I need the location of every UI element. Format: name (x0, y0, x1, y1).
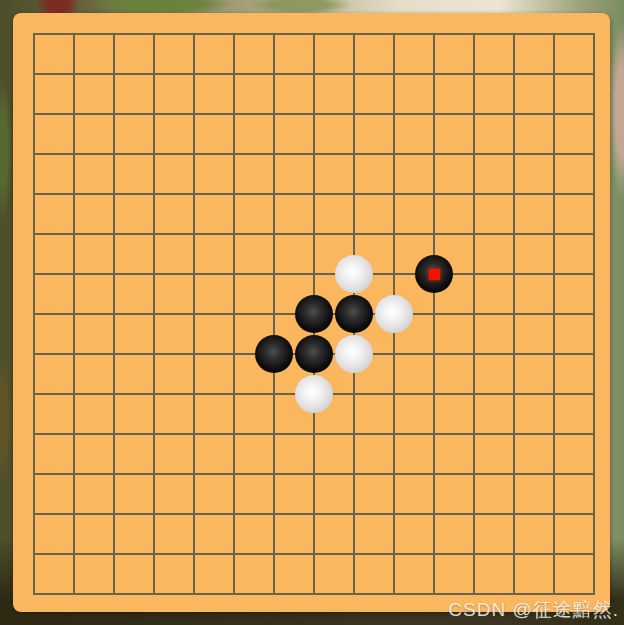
intersection[interactable] (374, 414, 414, 454)
last-move-marker (429, 269, 440, 280)
intersection[interactable] (174, 334, 214, 374)
intersection[interactable] (94, 14, 134, 54)
intersection[interactable] (414, 134, 454, 174)
intersection[interactable] (334, 334, 374, 374)
intersection[interactable] (254, 494, 294, 534)
intersection[interactable] (94, 374, 134, 414)
intersection[interactable] (174, 294, 214, 334)
intersection[interactable] (294, 574, 334, 614)
intersection[interactable] (374, 294, 414, 334)
intersection[interactable] (454, 214, 494, 254)
intersection[interactable] (294, 294, 334, 334)
intersection[interactable] (214, 334, 254, 374)
intersection[interactable] (54, 334, 94, 374)
intersection[interactable] (374, 534, 414, 574)
intersection[interactable] (134, 534, 174, 574)
intersection[interactable] (334, 254, 374, 294)
intersection[interactable] (254, 174, 294, 214)
intersection[interactable] (54, 294, 94, 334)
intersection[interactable] (134, 414, 174, 454)
intersection[interactable] (374, 334, 414, 374)
intersection[interactable] (334, 14, 374, 54)
intersection[interactable] (294, 174, 334, 214)
intersection[interactable] (494, 214, 534, 254)
intersection[interactable] (294, 334, 334, 374)
intersection[interactable] (574, 454, 614, 494)
intersection[interactable] (14, 294, 54, 334)
intersection[interactable] (94, 214, 134, 254)
intersection[interactable] (174, 454, 214, 494)
intersection[interactable] (294, 414, 334, 454)
intersection[interactable] (534, 494, 574, 534)
intersection[interactable] (574, 134, 614, 174)
intersection[interactable] (54, 94, 94, 134)
intersection[interactable] (94, 94, 134, 134)
intersection[interactable] (54, 534, 94, 574)
intersection[interactable] (574, 414, 614, 454)
intersection[interactable] (534, 334, 574, 374)
intersection[interactable] (14, 534, 54, 574)
intersection[interactable] (14, 574, 54, 614)
intersection[interactable] (534, 54, 574, 94)
intersection[interactable] (134, 134, 174, 174)
intersection[interactable] (174, 134, 214, 174)
intersection[interactable] (14, 334, 54, 374)
intersection[interactable] (254, 414, 294, 454)
intersection[interactable] (454, 294, 494, 334)
intersection[interactable] (254, 54, 294, 94)
gomoku-board (13, 13, 610, 612)
intersection[interactable] (454, 94, 494, 134)
intersection[interactable] (414, 14, 454, 54)
intersection[interactable] (294, 454, 334, 494)
intersection[interactable] (534, 374, 574, 414)
intersection[interactable] (54, 14, 94, 54)
intersection[interactable] (294, 214, 334, 254)
white-stone (295, 375, 333, 413)
intersection[interactable] (214, 254, 254, 294)
intersection[interactable] (134, 174, 174, 214)
intersection[interactable] (54, 254, 94, 294)
intersection[interactable] (174, 534, 214, 574)
intersection[interactable] (14, 414, 54, 454)
black-stone (295, 335, 333, 373)
intersection[interactable] (534, 14, 574, 54)
intersection[interactable] (334, 134, 374, 174)
intersection[interactable] (574, 54, 614, 94)
intersection[interactable] (454, 534, 494, 574)
intersection[interactable] (174, 494, 214, 534)
intersection[interactable] (454, 334, 494, 374)
intersection[interactable] (54, 134, 94, 174)
intersection[interactable] (414, 174, 454, 214)
intersection[interactable] (574, 174, 614, 214)
intersection[interactable] (334, 454, 374, 494)
intersection[interactable] (134, 374, 174, 414)
intersection[interactable] (134, 294, 174, 334)
intersection[interactable] (294, 14, 334, 54)
intersection[interactable] (414, 454, 454, 494)
intersection[interactable] (254, 254, 294, 294)
intersection[interactable] (94, 574, 134, 614)
intersection[interactable] (134, 574, 174, 614)
intersection[interactable] (494, 174, 534, 214)
intersection[interactable] (214, 214, 254, 254)
intersection[interactable] (454, 14, 494, 54)
intersection[interactable] (94, 254, 134, 294)
intersection[interactable] (54, 454, 94, 494)
intersection[interactable] (374, 494, 414, 534)
intersection[interactable] (94, 534, 134, 574)
white-stone (335, 335, 373, 373)
intersection[interactable] (494, 334, 534, 374)
intersection[interactable] (494, 454, 534, 494)
intersection[interactable] (574, 214, 614, 254)
intersection[interactable] (14, 374, 54, 414)
intersection[interactable] (534, 534, 574, 574)
intersection[interactable] (294, 534, 334, 574)
intersection[interactable] (494, 414, 534, 454)
intersection[interactable] (414, 94, 454, 134)
intersection[interactable] (14, 494, 54, 534)
intersection[interactable] (254, 334, 294, 374)
intersection[interactable] (414, 414, 454, 454)
intersection[interactable] (254, 134, 294, 174)
intersection[interactable] (214, 54, 254, 94)
intersection[interactable] (454, 494, 494, 534)
intersection[interactable] (494, 294, 534, 334)
black-stone (295, 295, 333, 333)
intersection[interactable] (94, 294, 134, 334)
intersection[interactable] (254, 94, 294, 134)
intersection[interactable] (414, 54, 454, 94)
intersection[interactable] (174, 214, 214, 254)
intersection[interactable] (494, 14, 534, 54)
intersection[interactable] (174, 14, 214, 54)
black-stone (255, 335, 293, 373)
intersection[interactable] (494, 374, 534, 414)
intersection[interactable] (54, 414, 94, 454)
black-stone (335, 295, 373, 333)
intersection[interactable] (134, 14, 174, 54)
intersection[interactable] (374, 174, 414, 214)
black-stone (415, 255, 453, 293)
intersection[interactable] (94, 494, 134, 534)
intersection[interactable] (134, 94, 174, 134)
intersection[interactable] (214, 14, 254, 54)
intersection[interactable] (254, 374, 294, 414)
intersection[interactable] (14, 254, 54, 294)
intersection[interactable] (374, 14, 414, 54)
intersection[interactable] (294, 254, 334, 294)
intersection[interactable] (14, 54, 54, 94)
intersection[interactable] (574, 294, 614, 334)
intersection[interactable] (414, 534, 454, 574)
intersection[interactable] (414, 374, 454, 414)
intersection[interactable] (574, 534, 614, 574)
intersection[interactable] (94, 134, 134, 174)
intersection[interactable] (494, 134, 534, 174)
intersection[interactable] (414, 294, 454, 334)
intersection[interactable] (14, 174, 54, 214)
intersection[interactable] (374, 254, 414, 294)
intersection[interactable] (454, 454, 494, 494)
intersection[interactable] (294, 54, 334, 94)
intersection[interactable] (54, 374, 94, 414)
intersection[interactable] (214, 534, 254, 574)
intersection[interactable] (454, 54, 494, 94)
intersection[interactable] (454, 414, 494, 454)
white-stone (335, 255, 373, 293)
intersection[interactable] (334, 94, 374, 134)
intersection[interactable] (574, 334, 614, 374)
intersection[interactable] (534, 254, 574, 294)
intersection[interactable] (294, 134, 334, 174)
intersection[interactable] (374, 134, 414, 174)
intersection[interactable] (534, 294, 574, 334)
intersection[interactable] (294, 374, 334, 414)
intersection[interactable] (134, 254, 174, 294)
intersection[interactable] (94, 54, 134, 94)
intersection[interactable] (254, 574, 294, 614)
intersection[interactable] (214, 294, 254, 334)
intersection[interactable] (134, 214, 174, 254)
intersection[interactable] (214, 494, 254, 534)
intersection[interactable] (534, 94, 574, 134)
intersection[interactable] (14, 14, 54, 54)
intersection[interactable] (414, 494, 454, 534)
intersection[interactable] (574, 494, 614, 534)
intersection[interactable] (534, 214, 574, 254)
white-stone (375, 295, 413, 333)
intersection-grid (14, 14, 614, 614)
intersection[interactable] (214, 574, 254, 614)
intersection[interactable] (14, 134, 54, 174)
intersection[interactable] (334, 174, 374, 214)
intersection[interactable] (454, 254, 494, 294)
intersection[interactable] (454, 174, 494, 214)
intersection[interactable] (54, 574, 94, 614)
intersection[interactable] (494, 494, 534, 534)
intersection[interactable] (134, 494, 174, 534)
intersection[interactable] (134, 454, 174, 494)
intersection[interactable] (334, 494, 374, 534)
intersection[interactable] (174, 174, 214, 214)
intersection[interactable] (174, 94, 214, 134)
intersection[interactable] (574, 14, 614, 54)
intersection[interactable] (374, 374, 414, 414)
intersection[interactable] (454, 134, 494, 174)
intersection[interactable] (494, 534, 534, 574)
intersection[interactable] (334, 54, 374, 94)
intersection[interactable] (254, 14, 294, 54)
intersection[interactable] (174, 54, 214, 94)
intersection[interactable] (54, 214, 94, 254)
intersection[interactable] (214, 94, 254, 134)
intersection[interactable] (14, 94, 54, 134)
intersection[interactable] (494, 94, 534, 134)
intersection[interactable] (374, 214, 414, 254)
intersection[interactable] (134, 334, 174, 374)
intersection[interactable] (374, 454, 414, 494)
intersection[interactable] (574, 374, 614, 414)
intersection[interactable] (494, 54, 534, 94)
intersection[interactable] (334, 374, 374, 414)
intersection[interactable] (254, 214, 294, 254)
intersection[interactable] (214, 174, 254, 214)
intersection[interactable] (54, 174, 94, 214)
intersection[interactable] (334, 534, 374, 574)
intersection[interactable] (534, 134, 574, 174)
intersection[interactable] (334, 214, 374, 254)
intersection[interactable] (54, 54, 94, 94)
intersection[interactable] (294, 494, 334, 534)
intersection[interactable] (14, 454, 54, 494)
intersection[interactable] (374, 54, 414, 94)
intersection[interactable] (54, 494, 94, 534)
intersection[interactable] (254, 454, 294, 494)
intersection[interactable] (174, 254, 214, 294)
intersection[interactable] (94, 334, 134, 374)
intersection[interactable] (214, 374, 254, 414)
intersection[interactable] (534, 454, 574, 494)
intersection[interactable] (94, 174, 134, 214)
intersection[interactable] (254, 294, 294, 334)
intersection[interactable] (374, 94, 414, 134)
intersection[interactable] (174, 374, 214, 414)
intersection[interactable] (454, 374, 494, 414)
intersection[interactable] (174, 414, 214, 454)
intersection[interactable] (14, 214, 54, 254)
intersection[interactable] (534, 414, 574, 454)
intersection[interactable] (414, 334, 454, 374)
intersection[interactable] (254, 534, 294, 574)
csdn-watermark: CSDN @征途黯然. (448, 597, 619, 623)
intersection[interactable] (494, 254, 534, 294)
intersection[interactable] (214, 454, 254, 494)
intersection[interactable] (294, 94, 334, 134)
intersection[interactable] (414, 214, 454, 254)
intersection[interactable] (334, 294, 374, 334)
intersection[interactable] (94, 414, 134, 454)
intersection[interactable] (214, 414, 254, 454)
intersection[interactable] (214, 134, 254, 174)
intersection[interactable] (414, 254, 454, 294)
intersection[interactable] (334, 574, 374, 614)
intersection[interactable] (574, 94, 614, 134)
intersection[interactable] (94, 454, 134, 494)
intersection[interactable] (174, 574, 214, 614)
intersection[interactable] (574, 254, 614, 294)
intersection[interactable] (534, 174, 574, 214)
intersection[interactable] (334, 414, 374, 454)
intersection[interactable] (134, 54, 174, 94)
intersection[interactable] (374, 574, 414, 614)
